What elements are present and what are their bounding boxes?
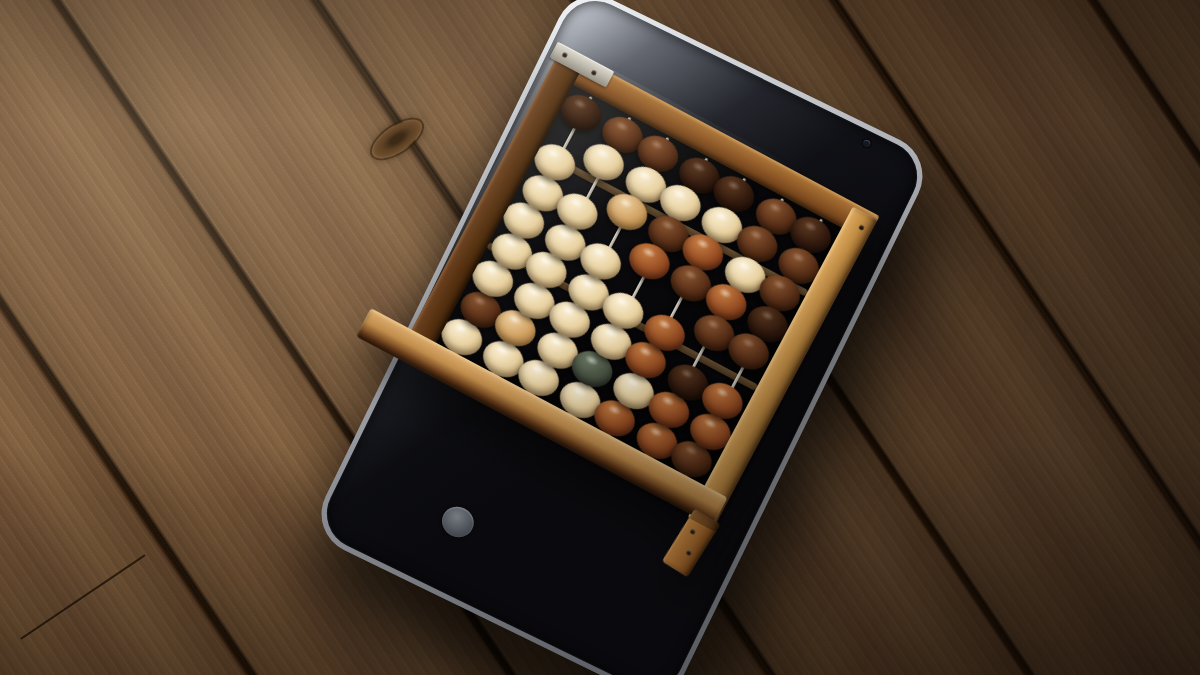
screw-icon: [561, 52, 568, 59]
screw-hole-icon: [686, 549, 693, 556]
wood-knot: [366, 112, 429, 166]
wood-crack: [20, 554, 145, 640]
photo-scene: [0, 0, 1200, 675]
screw-hole-icon: [689, 528, 696, 535]
screw-icon: [591, 69, 598, 76]
